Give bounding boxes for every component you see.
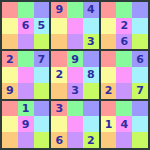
sudoku-cell-r7c4[interactable]: 3 [51, 101, 67, 117]
sudoku-cell-r3c5[interactable] [67, 34, 83, 50]
sudoku-cell-r9c3[interactable] [34, 132, 50, 148]
sudoku-cell-r4c8[interactable] [116, 51, 132, 67]
sudoku-cell-r2c6[interactable] [83, 18, 99, 34]
sudoku-cell-r9c1[interactable] [2, 132, 18, 148]
sudoku-cell-r1c8[interactable] [116, 2, 132, 18]
sudoku-cell-r7c5[interactable] [67, 101, 83, 117]
sudoku-cell-r5c9[interactable] [132, 67, 148, 83]
sudoku-cell-r5c1[interactable] [2, 67, 18, 83]
sudoku-cell-r5c2[interactable] [18, 67, 34, 83]
sudoku-box-r1c2: 943 [51, 2, 98, 49]
sudoku-cell-r5c6[interactable]: 8 [83, 67, 99, 83]
sudoku-cell-r6c6[interactable] [83, 83, 99, 99]
sudoku-cell-r1c2[interactable] [18, 2, 34, 18]
sudoku-cell-r8c6[interactable] [83, 116, 99, 132]
sudoku-box-r3c2: 362 [51, 101, 98, 148]
sudoku-cell-r9c2[interactable] [18, 132, 34, 148]
sudoku-cell-r6c3[interactable] [34, 83, 50, 99]
sudoku-box-r3c3: 14 [101, 101, 148, 148]
sudoku-cell-r6c7[interactable]: 2 [101, 83, 117, 99]
sudoku-cell-r5c4[interactable]: 2 [51, 67, 67, 83]
sudoku-cell-r6c2[interactable] [18, 83, 34, 99]
sudoku-cell-r1c9[interactable] [132, 2, 148, 18]
sudoku-cell-r1c4[interactable]: 9 [51, 2, 67, 18]
sudoku-cell-r4c4[interactable] [51, 51, 67, 67]
sudoku-cell-r3c9[interactable] [132, 34, 148, 50]
sudoku-cell-r6c5[interactable]: 3 [67, 83, 83, 99]
sudoku-cell-r7c7[interactable] [101, 101, 117, 117]
sudoku-cell-r2c1[interactable] [2, 18, 18, 34]
sudoku-cell-r6c4[interactable] [51, 83, 67, 99]
sudoku-cell-r8c8[interactable]: 4 [116, 116, 132, 132]
sudoku-box-r1c3: 26 [101, 2, 148, 49]
sudoku-cell-r7c6[interactable] [83, 101, 99, 117]
sudoku-cell-r3c7[interactable] [101, 34, 117, 50]
sudoku-cell-r2c4[interactable] [51, 18, 67, 34]
sudoku-box-r2c3: 627 [101, 51, 148, 98]
sudoku-cell-r3c8[interactable]: 6 [116, 34, 132, 50]
sudoku-cell-r9c7[interactable] [101, 132, 117, 148]
sudoku-cell-r8c9[interactable] [132, 116, 148, 132]
sudoku-cell-r4c1[interactable]: 2 [2, 51, 18, 67]
sudoku-cell-r7c3[interactable] [34, 101, 50, 117]
sudoku-cell-r8c5[interactable] [67, 116, 83, 132]
sudoku-cell-r7c1[interactable] [2, 101, 18, 117]
sudoku-cell-r1c7[interactable] [101, 2, 117, 18]
sudoku-box-r3c1: 19 [2, 101, 49, 148]
sudoku-cell-r9c8[interactable] [116, 132, 132, 148]
sudoku-cell-r5c7[interactable] [101, 67, 117, 83]
sudoku-cell-r5c8[interactable] [116, 67, 132, 83]
sudoku-cell-r6c8[interactable] [116, 83, 132, 99]
sudoku-cell-r8c3[interactable] [34, 116, 50, 132]
sudoku-cell-r8c7[interactable]: 1 [101, 116, 117, 132]
sudoku-cell-r2c3[interactable]: 5 [34, 18, 50, 34]
sudoku-cell-r7c2[interactable]: 1 [18, 101, 34, 117]
sudoku-cell-r4c6[interactable] [83, 51, 99, 67]
sudoku-cell-r1c3[interactable] [34, 2, 50, 18]
sudoku-cell-r4c2[interactable] [18, 51, 34, 67]
sudoku-cell-r3c6[interactable]: 3 [83, 34, 99, 50]
sudoku-cell-r3c2[interactable] [18, 34, 34, 50]
sudoku-cell-r4c7[interactable] [101, 51, 117, 67]
sudoku-cell-r9c4[interactable]: 6 [51, 132, 67, 148]
sudoku-box-r2c2: 9283 [51, 51, 98, 98]
sudoku-cell-r4c3[interactable]: 7 [34, 51, 50, 67]
sudoku-box-r1c1: 65 [2, 2, 49, 49]
sudoku-cell-r7c9[interactable] [132, 101, 148, 117]
sudoku-cell-r2c8[interactable]: 2 [116, 18, 132, 34]
sudoku-cell-r6c1[interactable]: 9 [2, 83, 18, 99]
sudoku-cell-r3c4[interactable] [51, 34, 67, 50]
sudoku-cell-r4c9[interactable]: 6 [132, 51, 148, 67]
sudoku-cell-r4c5[interactable]: 9 [67, 51, 83, 67]
sudoku-cell-r9c6[interactable]: 2 [83, 132, 99, 148]
sudoku-cell-r1c1[interactable] [2, 2, 18, 18]
sudoku-cell-r2c7[interactable] [101, 18, 117, 34]
sudoku-cell-r1c6[interactable]: 4 [83, 2, 99, 18]
sudoku-cell-r7c8[interactable] [116, 101, 132, 117]
sudoku-cell-r8c4[interactable] [51, 116, 67, 132]
sudoku-board: 659432627992836271936214 [0, 0, 150, 150]
sudoku-cell-r9c5[interactable] [67, 132, 83, 148]
sudoku-cell-r5c3[interactable] [34, 67, 50, 83]
sudoku-cell-r2c5[interactable] [67, 18, 83, 34]
sudoku-cell-r1c5[interactable] [67, 2, 83, 18]
sudoku-cell-r6c9[interactable]: 7 [132, 83, 148, 99]
sudoku-cell-r8c2[interactable]: 9 [18, 116, 34, 132]
sudoku-cell-r2c2[interactable]: 6 [18, 18, 34, 34]
sudoku-cell-r9c9[interactable] [132, 132, 148, 148]
sudoku-cell-r3c3[interactable] [34, 34, 50, 50]
sudoku-cell-r8c1[interactable] [2, 116, 18, 132]
sudoku-cell-r5c5[interactable] [67, 67, 83, 83]
sudoku-cell-r2c9[interactable] [132, 18, 148, 34]
sudoku-box-r2c1: 279 [2, 51, 49, 98]
sudoku-cell-r3c1[interactable] [2, 34, 18, 50]
